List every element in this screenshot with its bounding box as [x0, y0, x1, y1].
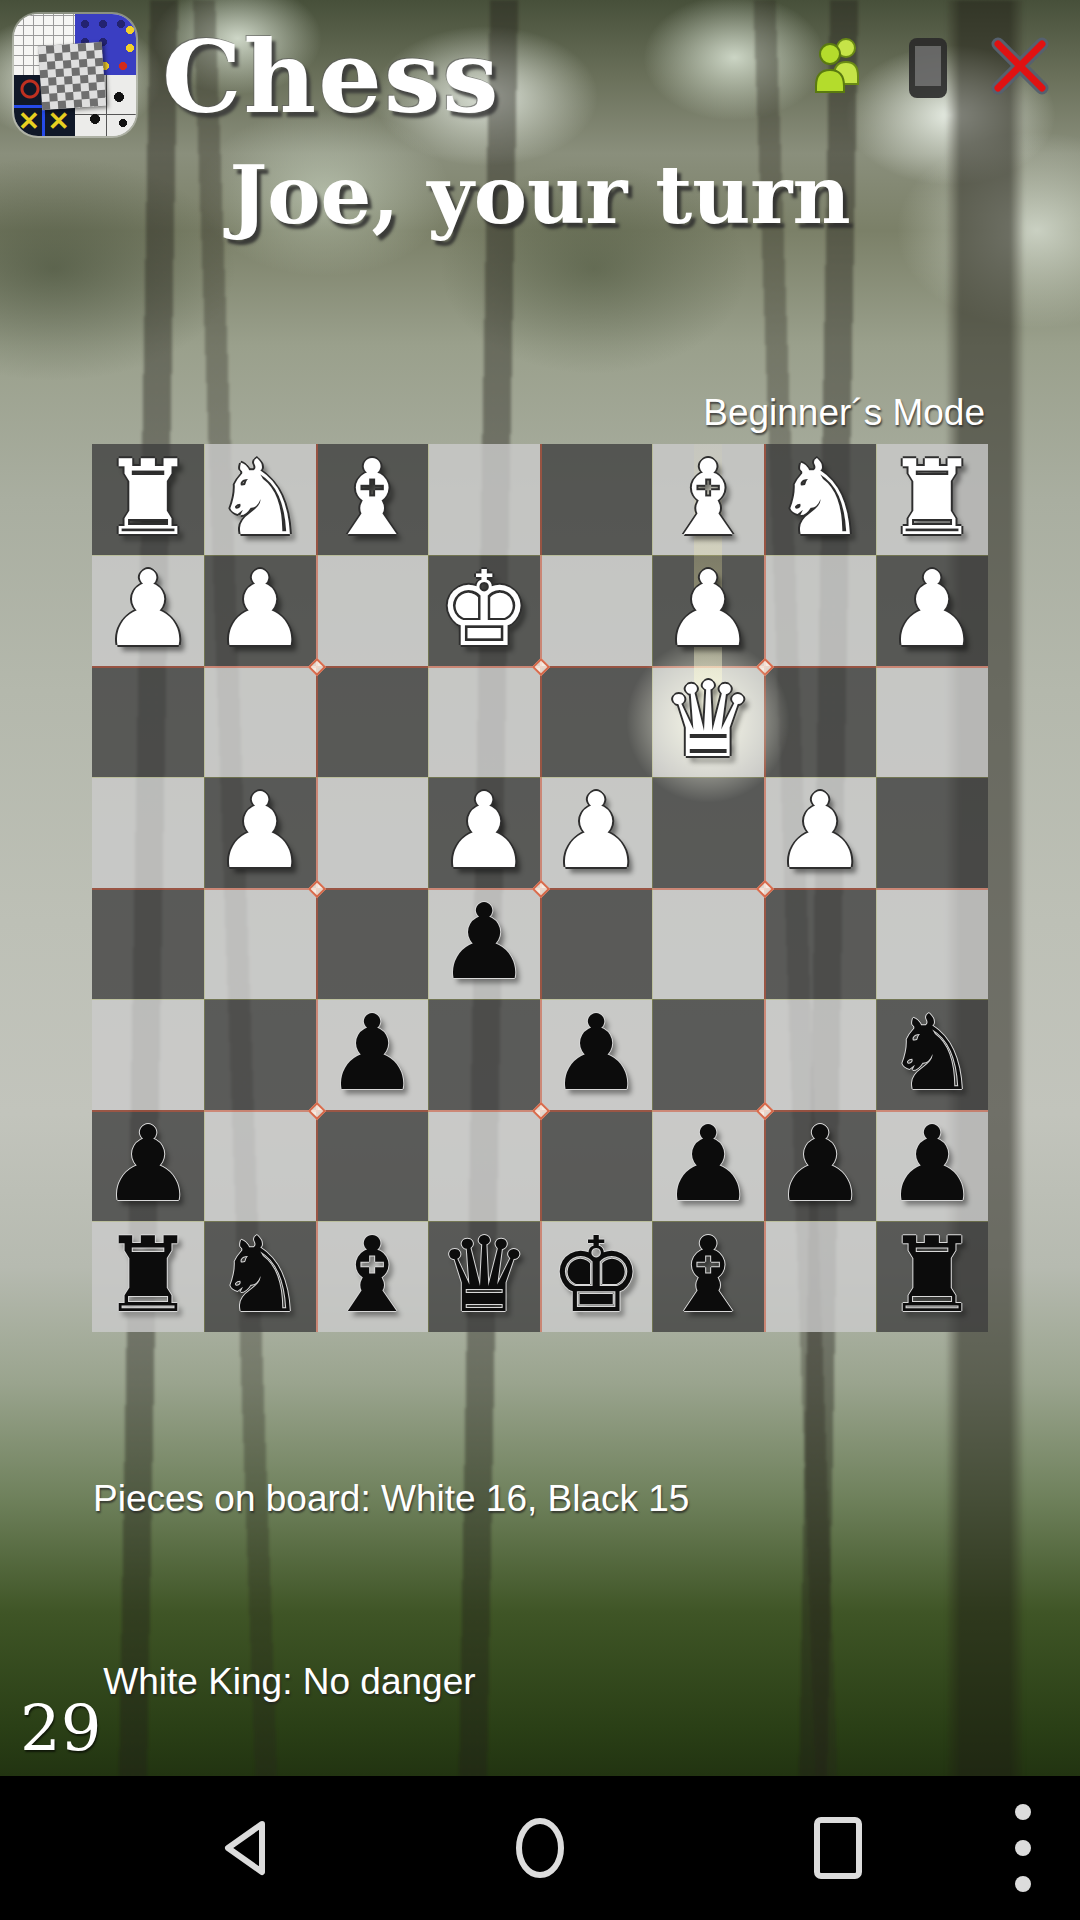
- square-g5[interactable]: [764, 888, 876, 999]
- square-c8[interactable]: ♝: [316, 1221, 428, 1332]
- black-pawn-piece: ♟: [428, 888, 540, 999]
- white-pawn-piece: ♟: [652, 555, 764, 666]
- square-c7[interactable]: [316, 1110, 428, 1221]
- square-a4[interactable]: [92, 777, 204, 888]
- square-d8[interactable]: ♛: [428, 1221, 540, 1332]
- square-d1[interactable]: [428, 444, 540, 555]
- white-bishop-piece: ♝: [652, 444, 764, 555]
- square-g6[interactable]: [764, 999, 876, 1110]
- square-d6[interactable]: [428, 999, 540, 1110]
- square-h4[interactable]: [876, 777, 988, 888]
- square-h7[interactable]: ♟: [876, 1110, 988, 1221]
- square-b4[interactable]: ♟: [204, 777, 316, 888]
- square-c5[interactable]: [316, 888, 428, 999]
- square-g2[interactable]: [764, 555, 876, 666]
- white-rook-piece: ♜: [876, 444, 988, 555]
- android-navbar: [0, 1776, 1080, 1920]
- overflow-menu-icon[interactable]: [985, 1776, 1061, 1920]
- square-b2[interactable]: ♟: [204, 555, 316, 666]
- white-pawn-piece: ♟: [876, 555, 988, 666]
- square-h2[interactable]: ♟: [876, 555, 988, 666]
- square-a2[interactable]: ♟: [92, 555, 204, 666]
- square-f1[interactable]: ♝: [652, 444, 764, 555]
- black-pawn-piece: ♟: [540, 999, 652, 1110]
- square-b6[interactable]: [204, 999, 316, 1110]
- square-b1[interactable]: ♞: [204, 444, 316, 555]
- square-g4[interactable]: ♟: [764, 777, 876, 888]
- square-b7[interactable]: [204, 1110, 316, 1221]
- black-queen-piece: ♛: [428, 1221, 540, 1332]
- square-e2[interactable]: [540, 555, 652, 666]
- white-pawn-piece: ♟: [204, 777, 316, 888]
- square-c1[interactable]: ♝: [316, 444, 428, 555]
- white-pawn-piece: ♟: [92, 555, 204, 666]
- square-g7[interactable]: ♟: [764, 1110, 876, 1221]
- square-f6[interactable]: [652, 999, 764, 1110]
- white-knight-piece: ♞: [204, 444, 316, 555]
- square-h6[interactable]: ♞: [876, 999, 988, 1110]
- square-a7[interactable]: ♟: [92, 1110, 204, 1221]
- square-f8[interactable]: ♝: [652, 1221, 764, 1332]
- chess-board: ♜♞♝♝♞♜♟♟♚♟♟♛♟♟♟♟♟♟♟♞♟♟♟♟♜♞♝♛♚♝♜: [92, 444, 988, 1332]
- square-g1[interactable]: ♞: [764, 444, 876, 555]
- square-f5[interactable]: [652, 888, 764, 999]
- black-knight-piece: ♞: [204, 1221, 316, 1332]
- white-queen-piece: ♛: [652, 666, 764, 777]
- white-king-status-text: White King: No danger: [93, 1651, 689, 1712]
- black-pawn-piece: ♟: [316, 999, 428, 1110]
- white-knight-piece: ♞: [764, 444, 876, 555]
- black-rook-piece: ♜: [92, 1221, 204, 1332]
- black-pawn-piece: ♟: [764, 1110, 876, 1221]
- turn-status-text: Joe, your turn: [0, 148, 1080, 242]
- square-e7[interactable]: [540, 1110, 652, 1221]
- square-e5[interactable]: [540, 888, 652, 999]
- square-c6[interactable]: ♟: [316, 999, 428, 1110]
- white-pawn-piece: ♟: [540, 777, 652, 888]
- black-pawn-piece: ♟: [652, 1110, 764, 1221]
- square-f4[interactable]: [652, 777, 764, 888]
- square-c3[interactable]: [316, 666, 428, 777]
- square-a8[interactable]: ♜: [92, 1221, 204, 1332]
- square-c2[interactable]: [316, 555, 428, 666]
- square-b3[interactable]: [204, 666, 316, 777]
- square-h3[interactable]: [876, 666, 988, 777]
- square-g8[interactable]: [764, 1221, 876, 1332]
- square-a6[interactable]: [92, 999, 204, 1110]
- black-pawn-piece: ♟: [876, 1110, 988, 1221]
- square-f7[interactable]: ♟: [652, 1110, 764, 1221]
- move-counter: 29: [20, 1692, 101, 1766]
- square-d3[interactable]: [428, 666, 540, 777]
- black-king-piece: ♚: [540, 1221, 652, 1332]
- phone-icon[interactable]: [906, 36, 950, 104]
- square-e8[interactable]: ♚: [540, 1221, 652, 1332]
- back-icon[interactable]: [205, 1776, 285, 1920]
- square-d2[interactable]: ♚: [428, 555, 540, 666]
- white-pawn-piece: ♟: [204, 555, 316, 666]
- difficulty-mode-label: Beginner´s Mode: [703, 392, 985, 434]
- square-h1[interactable]: ♜: [876, 444, 988, 555]
- white-pawn-piece: ♟: [764, 777, 876, 888]
- black-rook-piece: ♜: [876, 1221, 988, 1332]
- chessboard-mini-icon: [38, 42, 106, 110]
- app-launcher-icon: ✕✕: [14, 14, 136, 136]
- square-e6[interactable]: ♟: [540, 999, 652, 1110]
- square-e1[interactable]: [540, 444, 652, 555]
- chess-app-screen: ✕✕ Chess Joe, your turn: [0, 0, 1080, 1920]
- white-bishop-piece: ♝: [316, 444, 428, 555]
- black-knight-piece: ♞: [876, 999, 988, 1110]
- black-bishop-piece: ♝: [316, 1221, 428, 1332]
- square-g3[interactable]: [764, 666, 876, 777]
- square-f3[interactable]: ♛: [652, 666, 764, 777]
- white-pawn-piece: ♟: [428, 777, 540, 888]
- square-a5[interactable]: [92, 888, 204, 999]
- black-pawn-piece: ♟: [92, 1110, 204, 1221]
- square-a1[interactable]: ♜: [92, 444, 204, 555]
- page-title: Chess: [162, 18, 501, 136]
- square-a3[interactable]: [92, 666, 204, 777]
- square-e4[interactable]: ♟: [540, 777, 652, 888]
- square-b8[interactable]: ♞: [204, 1221, 316, 1332]
- black-bishop-piece: ♝: [652, 1221, 764, 1332]
- white-rook-piece: ♜: [92, 444, 204, 555]
- square-f2[interactable]: ♟: [652, 555, 764, 666]
- square-e3[interactable]: [540, 666, 652, 777]
- close-icon[interactable]: [990, 36, 1050, 100]
- pieces-count-text: Pieces on board: White 16, Black 15: [93, 1468, 689, 1529]
- recents-icon[interactable]: [798, 1776, 878, 1920]
- home-icon[interactable]: [500, 1776, 580, 1920]
- square-h5[interactable]: [876, 888, 988, 999]
- square-h8[interactable]: ♜: [876, 1221, 988, 1332]
- square-d7[interactable]: [428, 1110, 540, 1221]
- square-c4[interactable]: [316, 777, 428, 888]
- square-d5[interactable]: ♟: [428, 888, 540, 999]
- white-king-piece: ♚: [428, 555, 540, 666]
- square-b5[interactable]: [204, 888, 316, 999]
- square-d4[interactable]: ♟: [428, 777, 540, 888]
- players-icon[interactable]: [810, 36, 866, 98]
